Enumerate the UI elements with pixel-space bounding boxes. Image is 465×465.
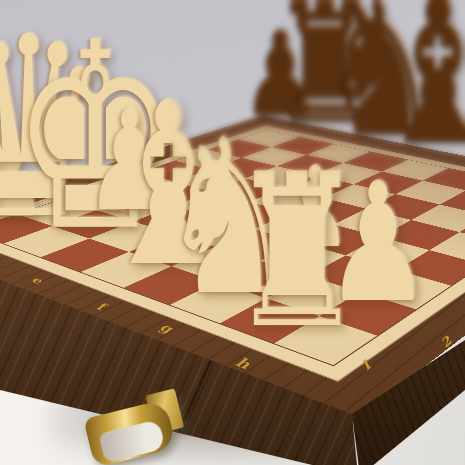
depth-of-field-haze bbox=[170, 0, 465, 195]
chess-set-photo: efgh12 ♟♜♞♝♟♛♚♟♝♟♞♜♟ bbox=[0, 0, 465, 465]
latch-ring bbox=[83, 399, 177, 465]
latch-ring-hole bbox=[98, 419, 165, 463]
